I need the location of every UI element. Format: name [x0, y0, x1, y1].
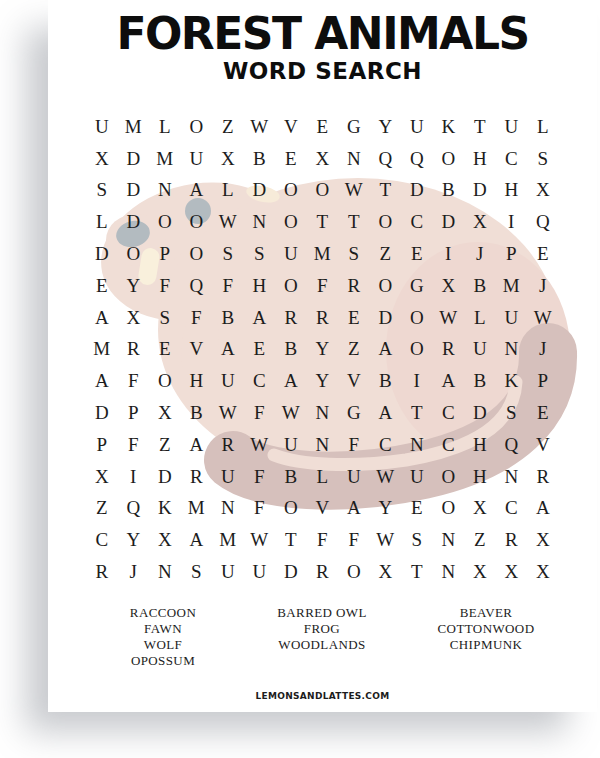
grid-cell: V [527, 429, 559, 461]
grid-cell: S [401, 524, 433, 556]
word-item: OPOSSUM [88, 653, 238, 669]
grid-cell: M [496, 270, 528, 302]
grid-cell: Q [370, 143, 402, 175]
grid-cell: B [181, 397, 213, 429]
grid-cell: D [433, 206, 465, 238]
grid-cell: A [181, 524, 213, 556]
grid-cell: D [275, 556, 307, 588]
grid-cell: D [118, 143, 150, 175]
grid-cell: O [433, 143, 465, 175]
grid-cell: Z [338, 334, 370, 366]
grid-cell: U [86, 111, 118, 143]
grid-cell: X [433, 270, 465, 302]
grid-cell: W [244, 429, 276, 461]
grid-cell: D [401, 175, 433, 207]
word-item: FAWN [88, 621, 238, 637]
grid-cell: C [86, 524, 118, 556]
word-column-1: RACCOONFAWNWOLFOPOSSUM [88, 605, 238, 669]
grid-cell: S [338, 238, 370, 270]
grid-cell: M [118, 111, 150, 143]
grid-cell: S [212, 238, 244, 270]
grid-cell: J [527, 334, 559, 366]
grid-cell: E [527, 238, 559, 270]
grid-cell: U [275, 429, 307, 461]
grid-cell: F [181, 302, 213, 334]
grid-cell: N [433, 524, 465, 556]
grid-cell: Y [307, 334, 339, 366]
grid-cell: P [527, 365, 559, 397]
grid-cell: B [464, 365, 496, 397]
grid-cell: D [149, 461, 181, 493]
grid-cell: R [338, 270, 370, 302]
grid-cell: X [307, 143, 339, 175]
grid-cell: Y [370, 493, 402, 525]
grid-cell: X [527, 175, 559, 207]
grid-cell: I [401, 365, 433, 397]
grid-cell: X [464, 206, 496, 238]
grid-cell: X [496, 556, 528, 588]
grid-cell: W [275, 397, 307, 429]
grid-cell: Q [401, 143, 433, 175]
grid-cell: H [464, 429, 496, 461]
grid-cell: B [464, 270, 496, 302]
page-subtitle: WORD SEARCH [48, 60, 597, 83]
grid-cell: D [244, 175, 276, 207]
grid-cell: M [307, 238, 339, 270]
grid-cell: D [86, 397, 118, 429]
grid-cell: O [370, 206, 402, 238]
grid-cell: A [181, 429, 213, 461]
grid-cell: W [244, 111, 276, 143]
grid-cell: N [496, 334, 528, 366]
grid-cell: Z [370, 238, 402, 270]
grid-cell: W [370, 524, 402, 556]
grid-cell: K [496, 365, 528, 397]
grid-cell: F [338, 429, 370, 461]
word-item: BEAVER [399, 605, 573, 621]
grid-cell: T [307, 206, 339, 238]
grid-cell: N [307, 429, 339, 461]
grid-cell: O [149, 206, 181, 238]
grid-cell: R [496, 524, 528, 556]
grid-cell: X [464, 493, 496, 525]
grid-cell: S [527, 143, 559, 175]
word-item: FROG [247, 621, 397, 637]
grid-cell: O [275, 206, 307, 238]
grid-cell: O [338, 556, 370, 588]
grid-cell: Y [118, 524, 150, 556]
grid-cell: E [527, 397, 559, 429]
grid-cell: T [464, 111, 496, 143]
word-item: BARRED OWL [247, 605, 397, 621]
grid-cell: O [433, 461, 465, 493]
grid-cell: D [86, 238, 118, 270]
grid-cell: O [149, 365, 181, 397]
grid-cell: E [86, 270, 118, 302]
grid-cell: H [496, 175, 528, 207]
grid-cell: I [433, 238, 465, 270]
grid-cell: E [149, 334, 181, 366]
grid-cell: S [181, 556, 213, 588]
grid-cell: D [464, 397, 496, 429]
grid-cell: X [527, 524, 559, 556]
grid-cell: U [212, 461, 244, 493]
grid-cell: Q [527, 206, 559, 238]
grid-cell: W [212, 206, 244, 238]
page-title: FOREST ANIMALS [48, 12, 597, 56]
grid-cell: Q [181, 270, 213, 302]
grid-cell: O [118, 238, 150, 270]
grid-cell: K [149, 493, 181, 525]
grid-cell: F [244, 493, 276, 525]
grid-cell: M [86, 334, 118, 366]
grid-cell: F [307, 270, 339, 302]
grid-cell: C [496, 493, 528, 525]
grid-cell: R [118, 334, 150, 366]
grid-cell: A [86, 302, 118, 334]
grid-cell: X [464, 556, 496, 588]
grid-cell: A [275, 365, 307, 397]
grid-cell: B [370, 365, 402, 397]
grid-cell: O [275, 270, 307, 302]
grid-cell: I [496, 206, 528, 238]
grid-cell: V [275, 111, 307, 143]
grid-cell: O [433, 493, 465, 525]
grid-cell: H [181, 365, 213, 397]
grid-cell: D [370, 302, 402, 334]
grid-cell: Y [370, 111, 402, 143]
grid-cell: U [244, 556, 276, 588]
grid-cell: O [181, 238, 213, 270]
grid-cell: D [118, 175, 150, 207]
grid-cell: R [433, 334, 465, 366]
grid-cell: Y [307, 365, 339, 397]
grid-cell: H [464, 143, 496, 175]
grid-cell: Z [464, 524, 496, 556]
grid-cell: C [401, 206, 433, 238]
grid-cell: F [307, 524, 339, 556]
grid-cell: X [149, 524, 181, 556]
puzzle-page: FOREST ANIMALS WORD SEARCH UMLOZWVEGYUKT… [48, 0, 597, 712]
grid-cell: N [244, 206, 276, 238]
grid-cell: S [86, 175, 118, 207]
word-grid: UMLOZWVEGYUKTULXDMUXBEXNQQOHCSSDNALDOOWT… [86, 111, 559, 588]
grid-cell: E [244, 334, 276, 366]
grid-cell: N [307, 397, 339, 429]
grid-cell: W [244, 524, 276, 556]
grid-cell: V [338, 365, 370, 397]
grid-cell: S [496, 397, 528, 429]
grid-cell: J [527, 270, 559, 302]
grid-cell: Z [86, 493, 118, 525]
grid-cell: C [370, 429, 402, 461]
grid-cell: R [212, 429, 244, 461]
grid-cell: W [370, 461, 402, 493]
grid-cell: F [212, 270, 244, 302]
word-item: WOLF [88, 637, 238, 653]
grid-cell: J [118, 556, 150, 588]
grid-cell: A [370, 397, 402, 429]
word-column-3: BEAVERCOTTONWOODCHIPMUNK [399, 605, 573, 653]
grid-cell: O [401, 302, 433, 334]
grid-cell: Q [496, 429, 528, 461]
grid-cell: T [275, 524, 307, 556]
grid-cell: F [244, 397, 276, 429]
grid-cell: A [338, 493, 370, 525]
grid-cell: P [496, 238, 528, 270]
grid-cell: F [244, 461, 276, 493]
word-column-2: BARRED OWLFROGWOODLANDS [247, 605, 397, 653]
grid-cell: F [338, 524, 370, 556]
grid-cell: X [86, 143, 118, 175]
grid-cell: C [433, 397, 465, 429]
grid-cell: M [149, 143, 181, 175]
grid-cell: X [86, 461, 118, 493]
grid-cell: R [86, 556, 118, 588]
grid-cell: O [401, 334, 433, 366]
grid-cell: X [118, 302, 150, 334]
grid-cell: A [244, 302, 276, 334]
grid-cell: B [244, 143, 276, 175]
grid-cell: U [338, 461, 370, 493]
grid-cell: E [401, 238, 433, 270]
grid-cell: F [149, 270, 181, 302]
grid-cell: A [86, 365, 118, 397]
grid-cell: L [464, 302, 496, 334]
grid-cell: T [370, 175, 402, 207]
grid-cell: L [527, 111, 559, 143]
grid-cell: U [212, 556, 244, 588]
grid-cell: U [212, 365, 244, 397]
grid-cell: G [401, 270, 433, 302]
grid-cell: W [433, 302, 465, 334]
grid-cell: O [181, 111, 213, 143]
word-item: COTTONWOOD [399, 621, 573, 637]
grid-cell: R [307, 302, 339, 334]
grid-cell: D [118, 206, 150, 238]
grid-cell: W [527, 302, 559, 334]
grid-cell: S [244, 238, 276, 270]
grid-cell: C [433, 429, 465, 461]
grid-cell: Z [149, 429, 181, 461]
word-item: CHIPMUNK [399, 637, 573, 653]
grid-cell: E [275, 143, 307, 175]
grid-cell: E [307, 111, 339, 143]
word-item: RACCOON [88, 605, 238, 621]
grid-cell: L [149, 111, 181, 143]
grid-cell: J [464, 238, 496, 270]
grid-cell: X [527, 556, 559, 588]
grid-cell: T [401, 397, 433, 429]
grid-cell: A [212, 334, 244, 366]
grid-cell: R [307, 556, 339, 588]
grid-cell: P [86, 429, 118, 461]
grid-cell: G [338, 397, 370, 429]
grid-cell: O [275, 175, 307, 207]
grid-cell: R [527, 461, 559, 493]
grid-cell: Y [118, 270, 150, 302]
grid-cell: P [149, 238, 181, 270]
grid-cell: U [496, 111, 528, 143]
grid-cell: E [338, 302, 370, 334]
grid-cell: B [212, 302, 244, 334]
grid-cell: X [212, 143, 244, 175]
grid-cell: U [401, 461, 433, 493]
grid-cell: F [118, 365, 150, 397]
grid-cell: N [496, 461, 528, 493]
grid-cell: L [212, 175, 244, 207]
grid-cell: M [181, 493, 213, 525]
grid-cell: L [86, 206, 118, 238]
grid-cell: A [433, 365, 465, 397]
grid-cell: N [149, 175, 181, 207]
grid-cell: U [464, 334, 496, 366]
grid-cell: Z [212, 111, 244, 143]
grid-cell: X [149, 397, 181, 429]
grid-cell: V [307, 493, 339, 525]
word-item: WOODLANDS [247, 637, 397, 653]
grid-cell: U [401, 111, 433, 143]
grid-cell: X [370, 556, 402, 588]
grid-cell: O [181, 206, 213, 238]
grid-cell: N [212, 493, 244, 525]
grid-cell: W [338, 175, 370, 207]
grid-cell: N [401, 429, 433, 461]
grid-cell: N [149, 556, 181, 588]
grid-cell: B [275, 334, 307, 366]
grid-cell: F [118, 429, 150, 461]
grid-cell: A [370, 334, 402, 366]
grid-cell: H [244, 270, 276, 302]
grid-cell: U [275, 238, 307, 270]
grid-cell: E [401, 493, 433, 525]
grid-cell: A [527, 493, 559, 525]
grid-cell: A [181, 175, 213, 207]
grid-cell: N [338, 143, 370, 175]
footer-url: LEMONSANDLATTES.COM [48, 691, 597, 701]
grid-cell: K [433, 111, 465, 143]
grid-cell: P [118, 397, 150, 429]
grid-cell: H [464, 461, 496, 493]
grid-cell: S [149, 302, 181, 334]
grid-cell: N [433, 556, 465, 588]
grid-cell: C [496, 143, 528, 175]
grid-cell: M [212, 524, 244, 556]
grid-cell: B [433, 175, 465, 207]
grid-cell: O [307, 175, 339, 207]
grid-cell: T [338, 206, 370, 238]
grid-cell: W [212, 397, 244, 429]
grid-cell: U [496, 302, 528, 334]
grid-cell: I [118, 461, 150, 493]
grid-cell: D [464, 175, 496, 207]
grid-cell: O [370, 270, 402, 302]
grid-cell: Q [118, 493, 150, 525]
grid-cell: G [338, 111, 370, 143]
grid-cell: O [275, 493, 307, 525]
grid-cell: U [181, 143, 213, 175]
grid-cell: B [275, 461, 307, 493]
grid-cell: C [244, 365, 276, 397]
grid-cell: R [275, 302, 307, 334]
grid-cell: T [401, 556, 433, 588]
grid-cell: L [307, 461, 339, 493]
grid-cell: V [181, 334, 213, 366]
grid-cell: R [181, 461, 213, 493]
